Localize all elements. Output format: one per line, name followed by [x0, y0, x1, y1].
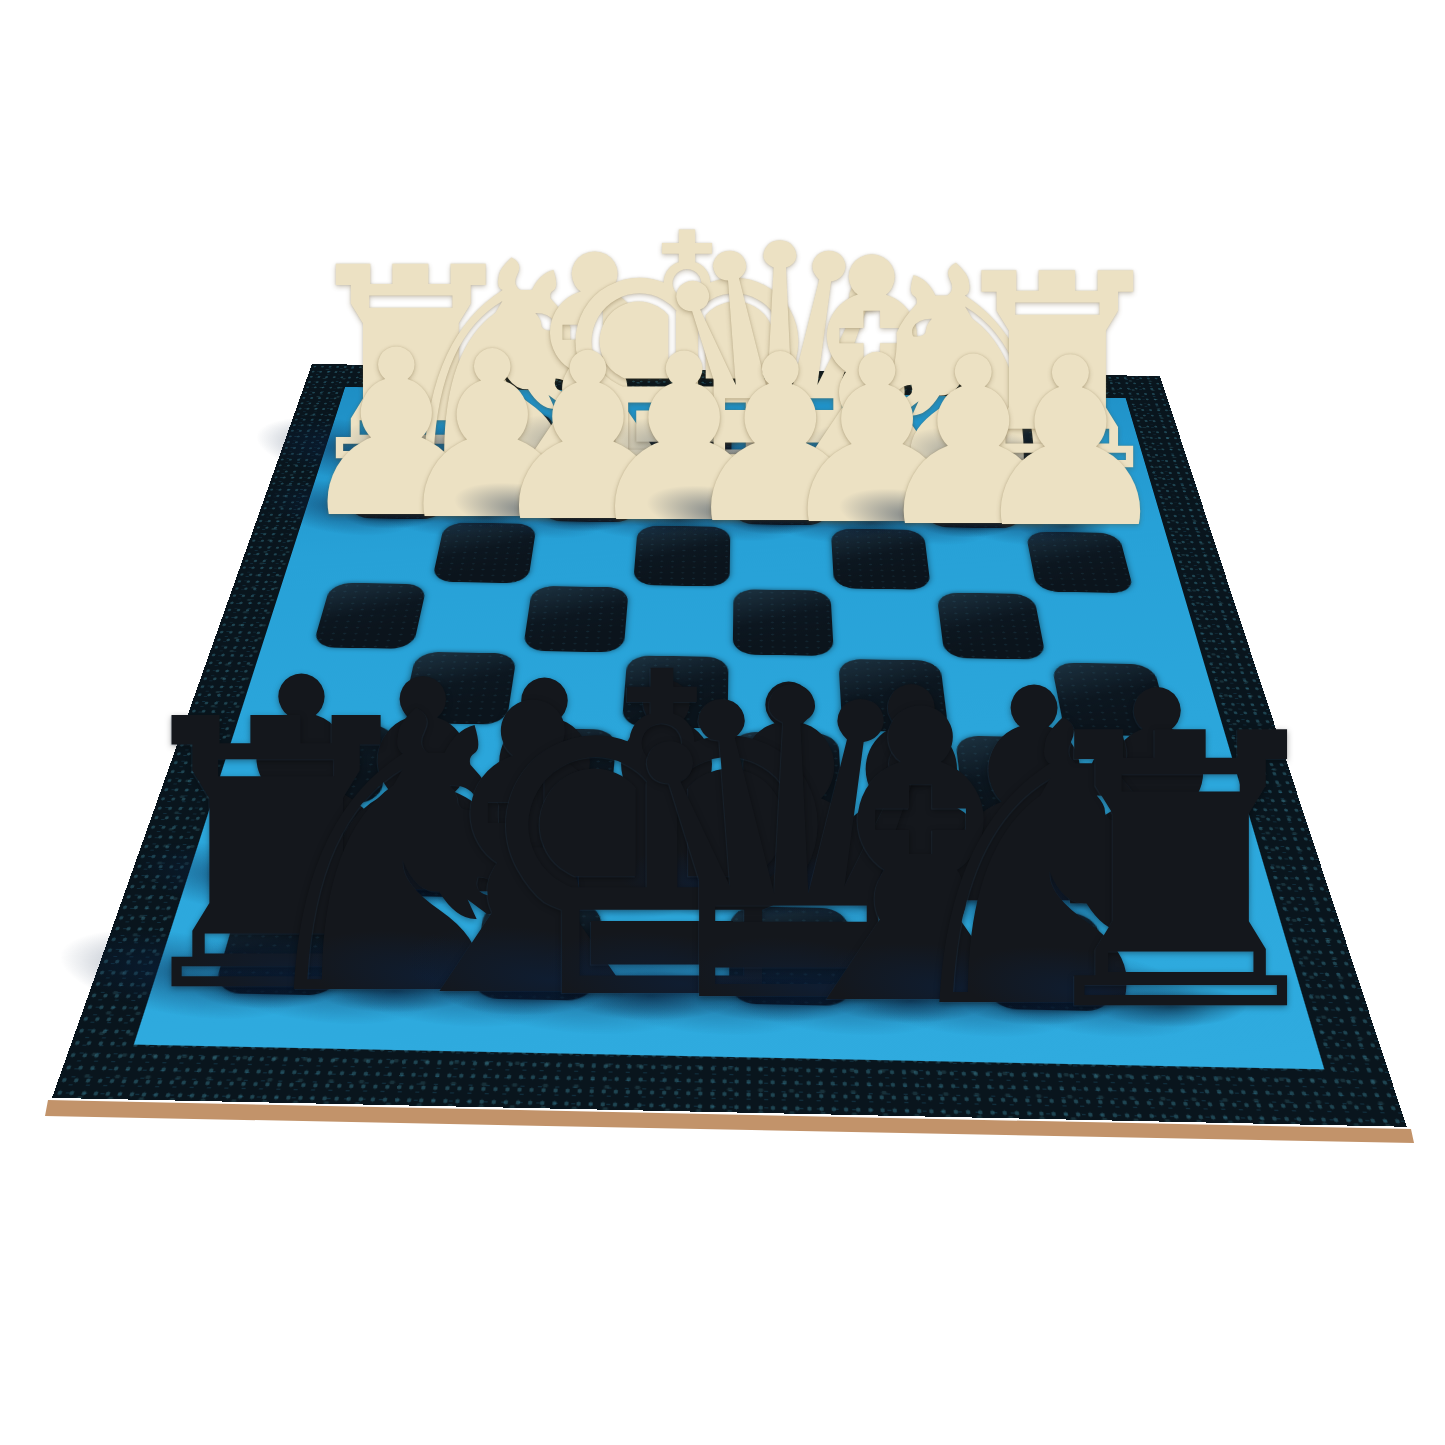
piece-white-pawn-a2[interactable]: ♟ [966, 328, 1175, 561]
pieces-layer: ♜♞♝♛♚♝♞♜♟♟♟♟♟♟♟♟♟♟♟♟♟♟♟♟♜♞♝♛♚♝♞♜ [0, 0, 1445, 1445]
piece-black-rook-a8[interactable]: ♜ [1011, 685, 1350, 1063]
chess-photo-scene: ♜♞♝♛♚♝♞♜♟♟♟♟♟♟♟♟♟♟♟♟♟♟♟♟♜♞♝♛♚♝♞♜ [0, 0, 1445, 1445]
